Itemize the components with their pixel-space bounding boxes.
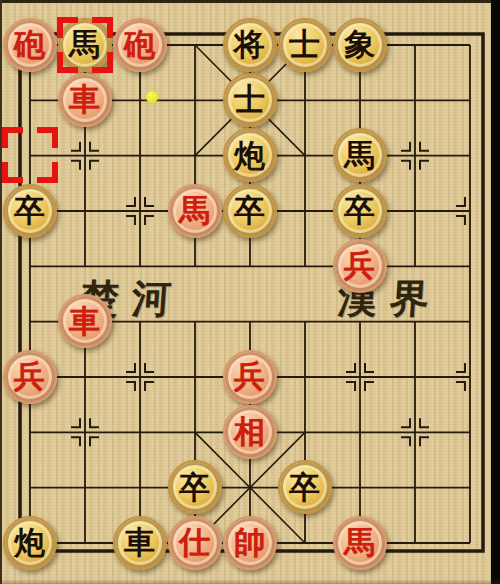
piece-black-soldier[interactable]: 卒 <box>3 184 57 238</box>
piece-glyph: 士 <box>289 29 320 60</box>
piece-black-soldier[interactable]: 卒 <box>278 460 332 514</box>
piece-black-cannon[interactable]: 炮 <box>3 516 57 570</box>
screen-edge-bottom <box>0 579 500 584</box>
piece-black-horse[interactable]: 馬 <box>58 18 112 72</box>
piece-red-chariot[interactable]: 車 <box>58 294 112 348</box>
piece-black-chariot[interactable]: 車 <box>113 516 167 570</box>
piece-glyph: 馬 <box>179 195 210 226</box>
piece-glyph: 卒 <box>14 195 45 226</box>
piece-glyph: 馬 <box>344 140 375 171</box>
piece-glyph: 車 <box>69 306 100 337</box>
marker-corner-icon <box>37 127 58 148</box>
piece-red-chariot[interactable]: 車 <box>58 73 112 127</box>
piece-red-advisor[interactable]: 仕 <box>168 516 222 570</box>
piece-red-elephant[interactable]: 相 <box>223 405 277 459</box>
piece-glyph: 炮 <box>14 527 45 558</box>
piece-glyph: 砲 <box>14 29 45 60</box>
piece-black-horse[interactable]: 馬 <box>333 128 387 182</box>
piece-glyph: 車 <box>124 527 155 558</box>
marker-corner-icon <box>2 162 23 183</box>
piece-glyph: 卒 <box>344 195 375 226</box>
piece-glyph: 馬 <box>344 527 375 558</box>
piece-grid: 砲馬砲将士象車士炮馬卒馬卒卒兵車兵兵相卒卒炮車仕帥馬 <box>2 17 497 570</box>
piece-black-advisor[interactable]: 士 <box>223 73 277 127</box>
piece-glyph: 車 <box>69 84 100 115</box>
piece-glyph: 砲 <box>124 29 155 60</box>
piece-red-cannon[interactable]: 砲 <box>3 18 57 72</box>
piece-black-general[interactable]: 将 <box>223 18 277 72</box>
piece-black-elephant[interactable]: 象 <box>333 18 387 72</box>
piece-black-advisor[interactable]: 士 <box>278 18 332 72</box>
piece-glyph: 帥 <box>234 527 265 558</box>
piece-black-soldier[interactable]: 卒 <box>168 460 222 514</box>
piece-glyph: 炮 <box>234 140 265 171</box>
piece-glyph: 卒 <box>289 472 320 503</box>
piece-red-soldier[interactable]: 兵 <box>223 350 277 404</box>
last-move-marker <box>2 127 58 183</box>
piece-glyph: 相 <box>234 416 265 447</box>
piece-glyph: 兵 <box>234 361 265 392</box>
piece-black-soldier[interactable]: 卒 <box>333 184 387 238</box>
piece-glyph: 卒 <box>179 472 210 503</box>
marker-corner-icon <box>37 162 58 183</box>
piece-red-soldier[interactable]: 兵 <box>333 239 387 293</box>
xiangqi-board[interactable]: 楚河 漢界 砲馬砲将士象車士炮馬卒馬卒卒兵車兵兵相卒卒炮車仕帥馬 <box>0 0 500 584</box>
screen-edge-top <box>0 0 500 3</box>
piece-red-general[interactable]: 帥 <box>223 516 277 570</box>
marker-corner-icon <box>2 127 23 148</box>
piece-red-horse[interactable]: 馬 <box>333 516 387 570</box>
piece-glyph: 卒 <box>234 195 265 226</box>
piece-glyph: 士 <box>234 84 265 115</box>
piece-glyph: 兵 <box>14 361 45 392</box>
cursor-dot <box>146 91 158 103</box>
screen-edge-left <box>0 0 2 584</box>
piece-red-cannon[interactable]: 砲 <box>113 18 167 72</box>
piece-red-horse[interactable]: 馬 <box>168 184 222 238</box>
piece-glyph: 将 <box>234 29 265 60</box>
piece-glyph: 兵 <box>344 250 375 281</box>
piece-glyph: 仕 <box>179 527 210 558</box>
screen-edge-right <box>491 0 500 584</box>
piece-black-cannon[interactable]: 炮 <box>223 128 277 182</box>
piece-glyph: 象 <box>344 29 375 60</box>
piece-red-soldier[interactable]: 兵 <box>3 350 57 404</box>
piece-glyph: 馬 <box>69 29 100 60</box>
piece-black-soldier[interactable]: 卒 <box>223 184 277 238</box>
